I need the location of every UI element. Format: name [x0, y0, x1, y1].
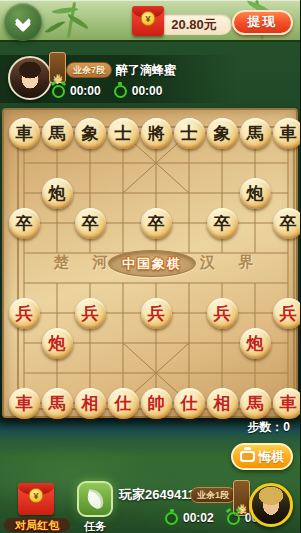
- task-button-square: [77, 481, 113, 517]
- task-button[interactable]: 任务: [76, 480, 114, 532]
- opponent-name: 醉了滴蜂蜜: [116, 62, 176, 79]
- piece-black-r3c8[interactable]: 卒: [273, 208, 301, 239]
- piece-red-r6c6[interactable]: 兵: [207, 298, 238, 329]
- red-packet-label: 对局红包: [4, 518, 70, 532]
- gold-coin-icon: ¥: [29, 488, 44, 503]
- task-label: 任务: [76, 519, 114, 533]
- piece-red-r7c7[interactable]: 炮: [240, 328, 271, 359]
- bamboo-decoration: [45, 18, 66, 37]
- piece-black-r0c2[interactable]: 象: [75, 118, 106, 149]
- piece-black-r0c3[interactable]: 士: [108, 118, 139, 149]
- game-screen: 20.80元 ¥ 提现 业余 业余7段 醉了滴蜂蜜 00:00 00:00: [0, 0, 300, 533]
- piece-red-r7c1[interactable]: 炮: [42, 328, 73, 359]
- opponent-timers: 00:00 00:00: [52, 84, 170, 98]
- opponent-rank-badge: 业余7段: [66, 62, 112, 78]
- gold-coin-icon: ¥: [141, 11, 156, 26]
- alarm-clock-icon: [52, 85, 65, 98]
- piece-red-r9c1[interactable]: 馬: [42, 388, 73, 419]
- piece-black-r0c7[interactable]: 馬: [240, 118, 271, 149]
- piece-red-r6c2[interactable]: 兵: [75, 298, 106, 329]
- piece-black-r3c2[interactable]: 卒: [75, 208, 106, 239]
- piece-red-r9c4[interactable]: 帥: [141, 388, 172, 419]
- piece-black-r0c1[interactable]: 馬: [42, 118, 73, 149]
- piece-black-r0c5[interactable]: 士: [174, 118, 205, 149]
- bottom-bar: ¥ 对局红包 任务 玩家2649411 业余1段 业余 00:02 00:59: [0, 477, 300, 533]
- piece-black-r2c1[interactable]: 炮: [42, 178, 73, 209]
- piece-black-r2c7[interactable]: 炮: [240, 178, 271, 209]
- balance-amount: 20.80元: [156, 14, 232, 35]
- river-label-right: 汉 界: [200, 253, 262, 272]
- piece-red-r9c7[interactable]: 馬: [240, 388, 271, 419]
- player-name: 玩家2649411: [119, 486, 195, 504]
- feather-icon: [85, 489, 106, 510]
- piece-black-r3c6[interactable]: 卒: [207, 208, 238, 239]
- player-avatar[interactable]: [249, 483, 293, 527]
- game-red-packet-button[interactable]: ¥ 对局红包: [4, 481, 70, 533]
- stopwatch-icon: [114, 85, 127, 98]
- piece-black-r0c6[interactable]: 象: [207, 118, 238, 149]
- piece-red-r9c5[interactable]: 仕: [174, 388, 205, 419]
- red-envelope-icon: ¥: [132, 6, 164, 36]
- piece-black-r3c4[interactable]: 卒: [141, 208, 172, 239]
- piece-red-r9c6[interactable]: 相: [207, 388, 238, 419]
- piece-red-r9c3[interactable]: 仕: [108, 388, 139, 419]
- collapse-button[interactable]: [4, 3, 42, 41]
- top-bar: 20.80元 ¥ 提现: [0, 0, 300, 42]
- red-envelope-icon: ¥: [18, 483, 54, 515]
- piece-red-r6c0[interactable]: 兵: [9, 298, 40, 329]
- stopwatch-icon: [165, 512, 178, 525]
- river-label-left: 楚 河: [54, 253, 116, 272]
- piece-black-r0c4[interactable]: 將: [141, 118, 172, 149]
- piece-red-r6c8[interactable]: 兵: [273, 298, 301, 329]
- replay-icon: [240, 451, 255, 462]
- undo-label: 悔棋: [259, 448, 285, 466]
- brand-label: 中国象棋: [122, 255, 182, 273]
- opponent-move-timer: 00:00: [132, 84, 163, 98]
- player-rank-badge: 业余1段: [190, 487, 236, 503]
- piece-red-r6c4[interactable]: 兵: [141, 298, 172, 329]
- piece-black-r0c8[interactable]: 車: [273, 118, 301, 149]
- piece-black-r0c0[interactable]: 車: [9, 118, 40, 149]
- step-counter: 步数：0: [247, 419, 290, 436]
- brand-oval: 中国象棋: [108, 250, 196, 277]
- player-move-timer: 00:02: [183, 511, 214, 525]
- alarm-clock-icon: [227, 512, 240, 525]
- opponent-class-badge: 业余: [49, 52, 66, 83]
- piece-red-r9c8[interactable]: 車: [273, 388, 301, 419]
- piece-black-r3c0[interactable]: 卒: [9, 208, 40, 239]
- undo-button[interactable]: 悔棋: [231, 443, 293, 470]
- piece-red-r9c2[interactable]: 相: [75, 388, 106, 419]
- opponent-avatar[interactable]: [8, 56, 52, 100]
- piece-red-r9c0[interactable]: 車: [9, 388, 40, 419]
- xiangqi-board[interactable]: 楚 河 汉 界 中国象棋 車馬象士將士象馬車炮炮卒卒卒卒卒兵兵兵兵兵炮炮車馬相仕…: [2, 108, 298, 418]
- wallet-balance[interactable]: 20.80元 ¥: [132, 6, 232, 38]
- opponent-total-timer: 00:00: [70, 84, 101, 98]
- withdraw-button[interactable]: 提现: [232, 10, 293, 35]
